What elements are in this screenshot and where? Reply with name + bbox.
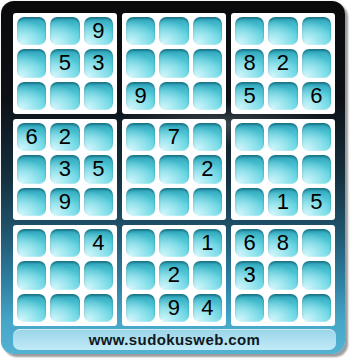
cell-r7c5[interactable] — [159, 229, 188, 257]
cell-r1c8[interactable] — [268, 17, 297, 45]
cell-r2c1[interactable] — [17, 49, 46, 77]
cell-r5c2[interactable]: 3 — [50, 155, 79, 183]
cell-r3c7[interactable]: 5 — [235, 82, 264, 110]
cell-r6c8[interactable]: 1 — [268, 188, 297, 216]
cell-r8c5[interactable]: 2 — [159, 261, 188, 289]
cell-r7c4[interactable] — [126, 229, 155, 257]
cell-r8c2[interactable] — [50, 261, 79, 289]
cell-r9c6[interactable]: 4 — [193, 294, 222, 322]
cell-r8c9[interactable] — [302, 261, 331, 289]
cell-r4c9[interactable] — [302, 123, 331, 151]
cell-r1c3[interactable]: 9 — [84, 17, 113, 45]
cell-r8c3[interactable] — [84, 261, 113, 289]
cell-r7c7[interactable]: 6 — [235, 229, 264, 257]
cell-r5c5[interactable] — [159, 155, 188, 183]
cell-r5c9[interactable] — [302, 155, 331, 183]
cell-r9c5[interactable]: 9 — [159, 294, 188, 322]
cell-r2c2[interactable]: 5 — [50, 49, 79, 77]
cell-r5c7[interactable] — [235, 155, 264, 183]
cell-r6c6[interactable] — [193, 188, 222, 216]
cell-r6c7[interactable] — [235, 188, 264, 216]
cell-r5c4[interactable] — [126, 155, 155, 183]
cell-r2c7[interactable]: 8 — [235, 49, 264, 77]
cell-r4c7[interactable] — [235, 123, 264, 151]
cell-r2c9[interactable] — [302, 49, 331, 77]
cell-r3c9[interactable]: 6 — [302, 82, 331, 110]
cell-r7c9[interactable] — [302, 229, 331, 257]
cell-r8c1[interactable] — [17, 261, 46, 289]
cell-r9c7[interactable] — [235, 294, 264, 322]
block-bottom-left: 4 — [13, 225, 117, 326]
block-top-left: 953 — [13, 13, 117, 114]
block-middle-right: 15 — [231, 119, 335, 220]
cell-r2c4[interactable] — [126, 49, 155, 77]
cell-r8c6[interactable] — [193, 261, 222, 289]
cell-r8c7[interactable]: 3 — [235, 261, 264, 289]
cell-r9c1[interactable] — [17, 294, 46, 322]
cell-r7c1[interactable] — [17, 229, 46, 257]
cell-r1c7[interactable] — [235, 17, 264, 45]
cell-r7c8[interactable]: 8 — [268, 229, 297, 257]
cell-r1c1[interactable] — [17, 17, 46, 45]
cell-r3c5[interactable] — [159, 82, 188, 110]
cell-r6c3[interactable] — [84, 188, 113, 216]
cell-r6c2[interactable]: 9 — [50, 188, 79, 216]
footer-bar: www.sudokusweb.com — [13, 329, 336, 350]
block-middle-center: 72 — [122, 119, 226, 220]
cell-r7c6[interactable]: 1 — [193, 229, 222, 257]
cell-r3c3[interactable] — [84, 82, 113, 110]
cell-r4c3[interactable] — [84, 123, 113, 151]
cell-r3c2[interactable] — [50, 82, 79, 110]
cell-r3c6[interactable] — [193, 82, 222, 110]
block-bottom-right: 683 — [231, 225, 335, 326]
site-link[interactable]: www.sudokusweb.com — [89, 331, 261, 348]
cell-r9c8[interactable] — [268, 294, 297, 322]
cell-r2c5[interactable] — [159, 49, 188, 77]
cell-r5c8[interactable] — [268, 155, 297, 183]
sudoku-board: 953 9 8256 62359 72 15 4 1294 683 www.su… — [1, 1, 345, 354]
cell-r1c6[interactable] — [193, 17, 222, 45]
cell-r6c9[interactable]: 5 — [302, 188, 331, 216]
cell-r9c3[interactable] — [84, 294, 113, 322]
cell-r8c8[interactable] — [268, 261, 297, 289]
block-top-right: 8256 — [231, 13, 335, 114]
cell-r6c5[interactable] — [159, 188, 188, 216]
block-top-center: 9 — [122, 13, 226, 114]
cell-r4c1[interactable]: 6 — [17, 123, 46, 151]
cell-r8c4[interactable] — [126, 261, 155, 289]
cell-r3c4[interactable]: 9 — [126, 82, 155, 110]
cell-r6c4[interactable] — [126, 188, 155, 216]
cell-r7c3[interactable]: 4 — [84, 229, 113, 257]
cell-r4c5[interactable]: 7 — [159, 123, 188, 151]
cell-r2c8[interactable]: 2 — [268, 49, 297, 77]
cell-r4c4[interactable] — [126, 123, 155, 151]
cell-r3c8[interactable] — [268, 82, 297, 110]
page-background: 953 9 8256 62359 72 15 4 1294 683 www.su… — [0, 0, 350, 360]
cell-r5c3[interactable]: 5 — [84, 155, 113, 183]
cell-r4c6[interactable] — [193, 123, 222, 151]
cell-r1c9[interactable] — [302, 17, 331, 45]
cell-r7c2[interactable] — [50, 229, 79, 257]
cell-r9c4[interactable] — [126, 294, 155, 322]
cell-r6c1[interactable] — [17, 188, 46, 216]
block-middle-left: 62359 — [13, 119, 117, 220]
cell-r1c4[interactable] — [126, 17, 155, 45]
cell-r1c2[interactable] — [50, 17, 79, 45]
cell-r1c5[interactable] — [159, 17, 188, 45]
block-bottom-center: 1294 — [122, 225, 226, 326]
sudoku-grid: 953 9 8256 62359 72 15 4 1294 683 — [13, 13, 335, 326]
cell-r2c6[interactable] — [193, 49, 222, 77]
cell-r9c2[interactable] — [50, 294, 79, 322]
cell-r9c9[interactable] — [302, 294, 331, 322]
cell-r3c1[interactable] — [17, 82, 46, 110]
cell-r4c2[interactable]: 2 — [50, 123, 79, 151]
cell-r4c8[interactable] — [268, 123, 297, 151]
cell-r5c1[interactable] — [17, 155, 46, 183]
cell-r2c3[interactable]: 3 — [84, 49, 113, 77]
cell-r5c6[interactable]: 2 — [193, 155, 222, 183]
